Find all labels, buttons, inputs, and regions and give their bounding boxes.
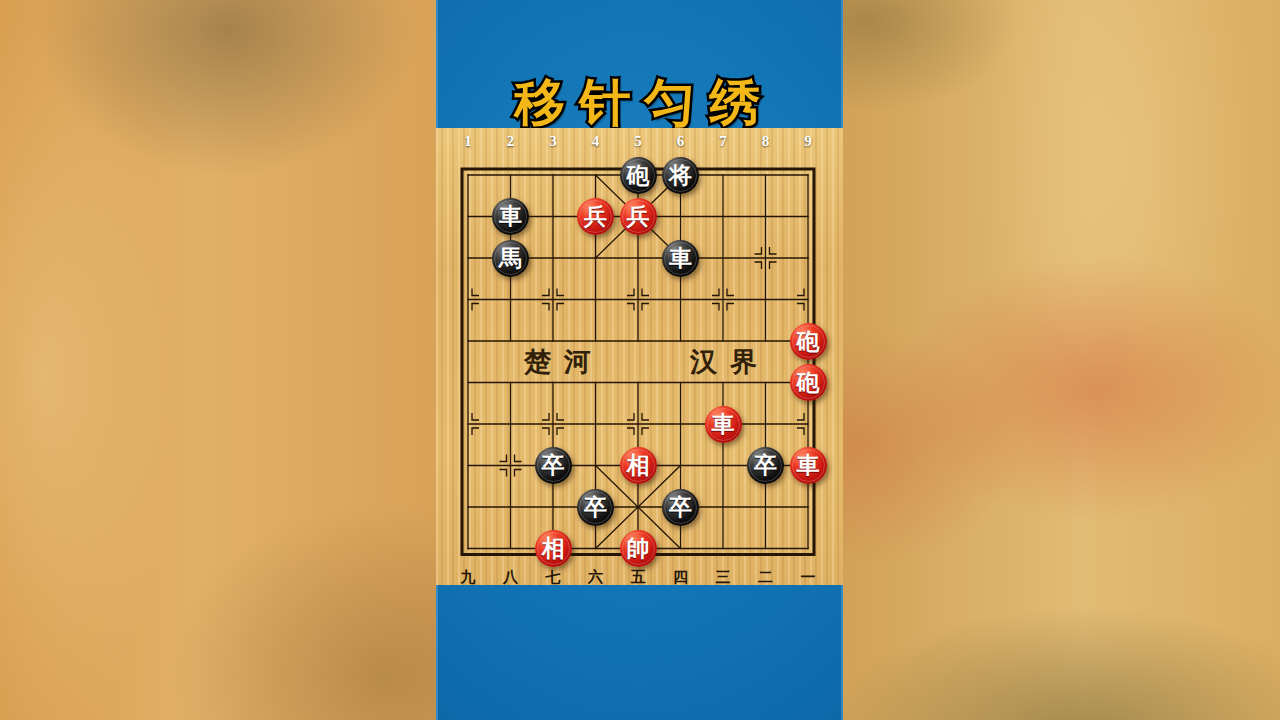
red-cannon-piece[interactable]: 砲 bbox=[790, 323, 827, 360]
black-soldier-piece[interactable]: 卒 bbox=[662, 489, 699, 526]
red-cannon-piece[interactable]: 砲 bbox=[790, 364, 827, 401]
black-soldier-piece[interactable]: 卒 bbox=[747, 447, 784, 484]
black-horse-piece[interactable]: 馬 bbox=[492, 240, 529, 277]
file-label-top-8: 8 bbox=[753, 132, 779, 150]
screenshot-root: 移针匀绣 123456789 楚河 汉界 砲将車兵兵馬車砲砲車卒相卒車卒卒相帥 … bbox=[0, 0, 1280, 720]
file-label-top-5: 5 bbox=[625, 132, 651, 150]
xiangqi-board: 123456789 楚河 汉界 砲将車兵兵馬車砲砲車卒相卒車卒卒相帥 九八七六五… bbox=[436, 128, 843, 585]
red-soldier-piece[interactable]: 兵 bbox=[620, 198, 657, 235]
black-chariot-piece[interactable]: 車 bbox=[492, 198, 529, 235]
file-label-bottom-4: 六 bbox=[583, 568, 609, 586]
red-chariot-piece[interactable]: 車 bbox=[790, 447, 827, 484]
file-label-top-3: 3 bbox=[540, 132, 566, 150]
file-label-bottom-8: 二 bbox=[753, 568, 779, 586]
pieces-layer: 砲将車兵兵馬車砲砲車卒相卒車卒卒相帥 bbox=[447, 154, 830, 569]
file-label-bottom-1: 九 bbox=[455, 568, 481, 586]
black-general-piece[interactable]: 将 bbox=[662, 157, 699, 194]
page-title: 移针匀绣 bbox=[436, 77, 843, 128]
red-general-piece[interactable]: 帥 bbox=[620, 530, 657, 567]
background-right-blur bbox=[843, 0, 1280, 720]
file-label-bottom-9: 一 bbox=[795, 568, 821, 586]
file-label-bottom-6: 四 bbox=[668, 568, 694, 586]
file-label-top-6: 6 bbox=[668, 132, 694, 150]
black-cannon-piece[interactable]: 砲 bbox=[620, 157, 657, 194]
file-label-bottom-5: 五 bbox=[625, 568, 651, 586]
file-label-top-2: 2 bbox=[498, 132, 524, 150]
red-elephant-piece[interactable]: 相 bbox=[535, 530, 572, 567]
red-soldier-piece[interactable]: 兵 bbox=[577, 198, 614, 235]
file-label-bottom-2: 八 bbox=[498, 568, 524, 586]
file-label-top-7: 7 bbox=[710, 132, 736, 150]
red-elephant-piece[interactable]: 相 bbox=[620, 447, 657, 484]
black-soldier-piece[interactable]: 卒 bbox=[535, 447, 572, 484]
file-label-top-9: 9 bbox=[795, 132, 821, 150]
background-left-blur bbox=[0, 0, 436, 720]
black-soldier-piece[interactable]: 卒 bbox=[577, 489, 614, 526]
file-label-top-1: 1 bbox=[455, 132, 481, 150]
file-label-top-4: 4 bbox=[583, 132, 609, 150]
red-chariot-piece[interactable]: 車 bbox=[705, 406, 742, 443]
game-panel: 移针匀绣 123456789 楚河 汉界 砲将車兵兵馬車砲砲車卒相卒車卒卒相帥 … bbox=[436, 0, 843, 720]
black-chariot-piece[interactable]: 車 bbox=[662, 240, 699, 277]
file-label-bottom-7: 三 bbox=[710, 568, 736, 586]
file-label-bottom-3: 七 bbox=[540, 568, 566, 586]
